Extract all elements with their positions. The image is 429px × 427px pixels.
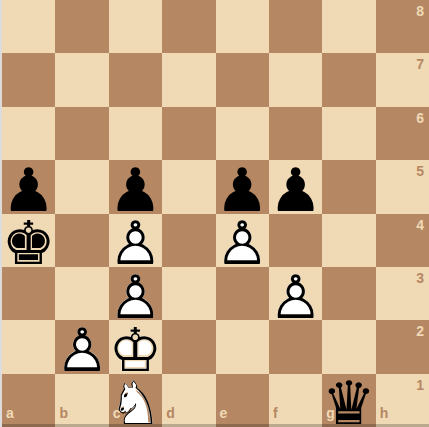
square-d2[interactable] [162,320,215,373]
square-a1[interactable]: a [2,374,55,427]
square-d3[interactable] [162,267,215,320]
square-a7[interactable] [2,53,55,106]
square-d1[interactable]: d [162,374,215,427]
square-g3[interactable] [322,267,375,320]
square-g4[interactable] [322,214,375,267]
white-pawn-outline-glyph: ♙ [216,216,269,269]
piece-white-pawn[interactable]: ♟♙ [269,269,322,322]
square-f7[interactable] [269,53,322,106]
coord-label-rank-1: 1 [416,378,424,392]
square-b4[interactable] [55,214,108,267]
square-g5[interactable] [322,160,375,213]
square-h3[interactable]: 3 [376,267,429,320]
coord-label-rank-8: 8 [416,4,424,18]
piece-black-pawn[interactable]: ♟ [269,163,322,216]
square-h1[interactable]: h1 [376,374,429,427]
piece-black-king[interactable]: ♚ [2,216,55,269]
coord-label-file-f: f [273,406,278,420]
piece-white-pawn[interactable]: ♟♙ [216,216,269,269]
square-a6[interactable] [2,107,55,160]
square-g7[interactable] [322,53,375,106]
square-h8[interactable]: 8 [376,0,429,53]
square-e7[interactable] [216,53,269,106]
square-c4[interactable]: ♟♙ [109,214,162,267]
square-h6[interactable]: 6 [376,107,429,160]
square-a2[interactable] [2,320,55,373]
square-c2[interactable]: ♚♔ [109,320,162,373]
square-e1[interactable]: e [216,374,269,427]
square-b8[interactable] [55,0,108,53]
square-f5[interactable]: ♟ [269,160,322,213]
square-h5[interactable]: 5 [376,160,429,213]
piece-white-pawn[interactable]: ♟♙ [55,323,108,376]
page-left-edge [0,0,2,427]
white-pawn-outline-glyph: ♙ [55,323,108,376]
coord-label-rank-3: 3 [416,271,424,285]
square-c1[interactable]: c♞♘ [109,374,162,427]
coord-label-rank-5: 5 [416,164,424,178]
coord-label-rank-7: 7 [416,57,424,71]
square-b7[interactable] [55,53,108,106]
coord-label-rank-4: 4 [416,218,424,232]
square-b3[interactable] [55,267,108,320]
coord-label-file-b: b [59,406,68,420]
square-f8[interactable] [269,0,322,53]
square-g8[interactable] [322,0,375,53]
square-b5[interactable] [55,160,108,213]
square-h4[interactable]: 4 [376,214,429,267]
square-c3[interactable]: ♟♙ [109,267,162,320]
square-c5[interactable]: ♟ [109,160,162,213]
square-a4[interactable]: ♚ [2,214,55,267]
square-a8[interactable] [2,0,55,53]
square-b2[interactable]: ♟♙ [55,320,108,373]
square-f1[interactable]: f [269,374,322,427]
square-h7[interactable]: 7 [376,53,429,106]
square-c7[interactable] [109,53,162,106]
coord-label-file-g: g [326,406,335,420]
square-e8[interactable] [216,0,269,53]
square-d7[interactable] [162,53,215,106]
square-d6[interactable] [162,107,215,160]
coord-label-rank-6: 6 [416,111,424,125]
square-c6[interactable] [109,107,162,160]
square-e6[interactable] [216,107,269,160]
square-h2[interactable]: 2 [376,320,429,373]
chess-board-screen: 876♟♟♟♟5♚♟♙♟♙4♟♙♟♙3♟♙♚♔2abc♞♘defg♛h1 [0,0,429,427]
chess-board[interactable]: 876♟♟♟♟5♚♟♙♟♙4♟♙♟♙3♟♙♚♔2abc♞♘defg♛h1 [2,0,429,427]
coord-label-rank-2: 2 [416,324,424,338]
square-e4[interactable]: ♟♙ [216,214,269,267]
coord-label-file-d: d [166,406,175,420]
square-e5[interactable]: ♟ [216,160,269,213]
square-a5[interactable]: ♟ [2,160,55,213]
square-b6[interactable] [55,107,108,160]
square-d4[interactable] [162,214,215,267]
square-g6[interactable] [322,107,375,160]
square-d5[interactable] [162,160,215,213]
white-pawn-outline-glyph: ♙ [269,269,322,322]
black-king-glyph: ♚ [2,216,55,269]
square-f6[interactable] [269,107,322,160]
coord-label-file-a: a [6,406,14,420]
square-g1[interactable]: g♛ [322,374,375,427]
square-e2[interactable] [216,320,269,373]
square-g2[interactable] [322,320,375,373]
square-f3[interactable]: ♟♙ [269,267,322,320]
coord-label-file-e: e [220,406,228,420]
coord-label-file-h: h [380,406,389,420]
square-d8[interactable] [162,0,215,53]
coord-label-file-c: c [113,406,121,420]
black-pawn-glyph: ♟ [269,163,322,216]
square-c8[interactable] [109,0,162,53]
